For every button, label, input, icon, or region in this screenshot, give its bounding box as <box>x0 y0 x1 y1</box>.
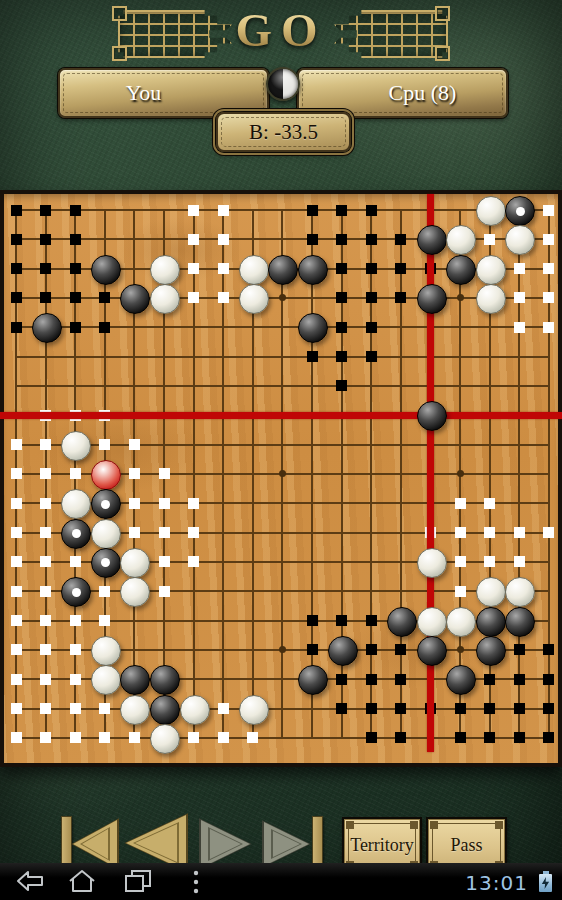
grid-line <box>15 590 550 592</box>
territory-mark-black <box>70 234 81 245</box>
last-move-crosshair-horizontal <box>0 412 562 419</box>
android-back-icon[interactable] <box>16 869 44 893</box>
territory-mark-white <box>159 498 170 509</box>
white-stone <box>417 548 447 578</box>
territory-mark-black <box>336 351 347 362</box>
territory-mark-white <box>188 292 199 303</box>
white-stone <box>476 577 506 607</box>
territory-mark-white <box>11 439 22 450</box>
grid-line <box>400 209 402 739</box>
black-stone <box>446 665 476 695</box>
hoshi-point <box>457 470 464 477</box>
territory-mark-white <box>218 234 229 245</box>
territory-mark-black <box>395 263 406 274</box>
territory-mark-black <box>336 674 347 685</box>
territory-mark-black <box>366 703 377 714</box>
territory-mark-white <box>99 586 110 597</box>
black-stone <box>150 695 180 725</box>
red-highlighted-stone <box>91 460 121 490</box>
black-stone <box>476 607 506 637</box>
black-stone-marked-dead <box>91 548 121 578</box>
white-stone <box>91 665 121 695</box>
territory-mark-white <box>543 205 554 216</box>
territory-mark-white <box>543 322 554 333</box>
territory-mark-white <box>129 498 140 509</box>
territory-mark-white <box>129 439 140 450</box>
territory-mark-black <box>484 703 495 714</box>
grid-line <box>518 209 520 739</box>
white-stone <box>476 196 506 226</box>
black-stone-marked-dead <box>91 489 121 519</box>
territory-mark-black <box>514 674 525 685</box>
dead-stone-dot <box>72 529 81 538</box>
territory-mark-black <box>543 674 554 685</box>
territory-mark-black <box>484 732 495 743</box>
territory-mark-black <box>11 205 22 216</box>
player-left-name: You <box>60 70 267 116</box>
territory-mark-black <box>40 205 51 216</box>
territory-mark-white <box>99 439 110 450</box>
white-stone <box>239 255 269 285</box>
territory-mark-black <box>366 322 377 333</box>
territory-mark-white <box>11 527 22 538</box>
territory-mark-black <box>70 263 81 274</box>
territory-mark-black <box>543 732 554 743</box>
territory-mark-white <box>70 644 81 655</box>
territory-mark-black <box>307 351 318 362</box>
territory-mark-white <box>70 732 81 743</box>
territory-mark-white <box>543 263 554 274</box>
territory-mark-black <box>366 351 377 362</box>
territory-button-label: Territory <box>350 835 414 856</box>
white-stone <box>476 284 506 314</box>
territory-mark-white <box>70 468 81 479</box>
black-stone <box>476 636 506 666</box>
black-stone <box>298 255 328 285</box>
black-stone <box>120 665 150 695</box>
white-stone <box>91 519 121 549</box>
territory-mark-white <box>11 556 22 567</box>
territory-mark-white <box>70 674 81 685</box>
territory-mark-black <box>11 234 22 245</box>
territory-mark-white <box>159 586 170 597</box>
black-stone-marked-dead <box>61 519 91 549</box>
territory-mark-white <box>40 703 51 714</box>
territory-mark-black <box>40 292 51 303</box>
territory-mark-white <box>70 556 81 567</box>
turn-indicator-stone-icon <box>266 67 300 101</box>
white-stone <box>61 431 91 461</box>
territory-mark-white <box>159 527 170 538</box>
hoshi-point <box>279 294 286 301</box>
player-right-name: Cpu (8) <box>299 70 506 116</box>
white-stone <box>505 225 535 255</box>
android-navigation-bar: 13:01 <box>0 863 562 900</box>
black-stone <box>446 255 476 285</box>
territory-mark-white <box>70 615 81 626</box>
black-stone <box>387 607 417 637</box>
black-stone-marked-dead <box>61 577 91 607</box>
black-stone <box>417 636 447 666</box>
territory-mark-white <box>159 556 170 567</box>
hoshi-point <box>279 646 286 653</box>
territory-mark-black <box>455 703 466 714</box>
black-stone <box>298 313 328 343</box>
territory-mark-white <box>218 292 229 303</box>
white-stone <box>150 284 180 314</box>
territory-mark-black <box>99 292 110 303</box>
territory-mark-black <box>307 234 318 245</box>
territory-mark-black <box>366 263 377 274</box>
territory-mark-black <box>336 234 347 245</box>
white-stone <box>120 577 150 607</box>
android-home-icon[interactable] <box>68 869 96 893</box>
territory-mark-white <box>159 468 170 479</box>
grid-line <box>370 209 372 739</box>
territory-mark-white <box>484 234 495 245</box>
territory-mark-black <box>336 703 347 714</box>
grid-line <box>548 209 550 739</box>
white-stone <box>150 255 180 285</box>
dead-stone-dot <box>101 500 110 509</box>
territory-mark-white <box>188 732 199 743</box>
territory-mark-black <box>395 234 406 245</box>
territory-mark-black <box>366 292 377 303</box>
go-app-screen: GO You Cpu (8) B: -33.5 Territory Pass <box>0 0 562 900</box>
territory-mark-black <box>484 674 495 685</box>
player-left-plate: You <box>58 68 269 118</box>
territory-mark-white <box>40 468 51 479</box>
white-stone <box>180 695 210 725</box>
territory-mark-black <box>514 732 525 743</box>
white-stone <box>120 695 150 725</box>
player-right-plate: Cpu (8) <box>297 68 508 118</box>
grid-line <box>311 209 313 739</box>
territory-mark-white <box>218 703 229 714</box>
black-stone <box>328 636 358 666</box>
territory-mark-black <box>514 703 525 714</box>
territory-mark-white <box>40 586 51 597</box>
territory-mark-black <box>307 615 318 626</box>
black-stone <box>120 284 150 314</box>
territory-mark-white <box>40 674 51 685</box>
black-stone <box>150 665 180 695</box>
territory-mark-white <box>11 586 22 597</box>
territory-mark-white <box>11 644 22 655</box>
territory-mark-white <box>99 732 110 743</box>
territory-mark-white <box>218 732 229 743</box>
white-stone <box>446 607 476 637</box>
territory-mark-white <box>70 703 81 714</box>
white-stone <box>120 548 150 578</box>
territory-mark-white <box>543 527 554 538</box>
go-board[interactable] <box>0 190 562 767</box>
pass-button-label: Pass <box>450 835 482 856</box>
territory-mark-black <box>70 205 81 216</box>
territory-mark-white <box>218 205 229 216</box>
territory-mark-black <box>366 234 377 245</box>
territory-mark-black <box>336 380 347 391</box>
territory-mark-black <box>307 644 318 655</box>
territory-mark-black <box>307 205 318 216</box>
territory-mark-white <box>188 234 199 245</box>
territory-mark-black <box>336 322 347 333</box>
territory-mark-white <box>484 527 495 538</box>
territory-mark-black <box>395 292 406 303</box>
territory-mark-white <box>40 527 51 538</box>
android-menu-dots-icon[interactable] <box>192 869 200 895</box>
territory-mark-black <box>70 292 81 303</box>
territory-mark-white <box>11 732 22 743</box>
territory-mark-black <box>395 703 406 714</box>
territory-mark-white <box>514 292 525 303</box>
territory-mark-white <box>455 556 466 567</box>
territory-mark-white <box>129 732 140 743</box>
territory-mark-black <box>455 732 466 743</box>
territory-mark-white <box>11 615 22 626</box>
territory-mark-white <box>40 732 51 743</box>
territory-mark-black <box>11 263 22 274</box>
territory-mark-white <box>99 615 110 626</box>
last-move-crosshair-vertical <box>427 194 434 752</box>
grid-line <box>15 737 550 739</box>
black-stone <box>298 665 328 695</box>
white-stone <box>446 225 476 255</box>
territory-mark-white <box>455 527 466 538</box>
territory-mark-white <box>188 527 199 538</box>
black-stone <box>417 401 447 431</box>
territory-mark-black <box>40 263 51 274</box>
territory-mark-black <box>366 732 377 743</box>
score-plate: B: -33.5 <box>216 112 351 152</box>
territory-mark-white <box>188 205 199 216</box>
grid-line <box>15 708 550 710</box>
territory-mark-white <box>11 674 22 685</box>
territory-mark-white <box>188 263 199 274</box>
territory-mark-white <box>514 527 525 538</box>
dead-stone-dot <box>101 558 110 567</box>
territory-mark-black <box>99 322 110 333</box>
black-stone-marked-dead <box>505 196 535 226</box>
territory-mark-black <box>543 644 554 655</box>
white-stone <box>239 284 269 314</box>
territory-mark-white <box>99 703 110 714</box>
black-stone <box>91 255 121 285</box>
territory-mark-black <box>336 292 347 303</box>
white-stone <box>91 636 121 666</box>
territory-mark-white <box>40 498 51 509</box>
score-estimate: B: -33.5 <box>249 120 318 145</box>
territory-mark-black <box>514 644 525 655</box>
territory-mark-black <box>336 205 347 216</box>
territory-mark-black <box>543 703 554 714</box>
dead-stone-dot <box>516 207 525 216</box>
status-clock: 13:01 <box>465 871 528 895</box>
white-stone <box>239 695 269 725</box>
white-stone <box>476 255 506 285</box>
territory-mark-black <box>395 644 406 655</box>
territory-mark-white <box>484 556 495 567</box>
black-stone <box>32 313 62 343</box>
territory-mark-white <box>514 556 525 567</box>
territory-mark-black <box>366 205 377 216</box>
battery-charging-icon <box>539 871 552 892</box>
hoshi-point <box>457 646 464 653</box>
dead-stone-dot <box>72 588 81 597</box>
black-stone <box>417 284 447 314</box>
territory-mark-white <box>543 234 554 245</box>
territory-mark-black <box>336 615 347 626</box>
black-stone <box>268 255 298 285</box>
territory-mark-white <box>514 263 525 274</box>
territory-mark-white <box>129 468 140 479</box>
territory-mark-black <box>11 292 22 303</box>
territory-mark-black <box>366 615 377 626</box>
territory-mark-white <box>455 498 466 509</box>
territory-mark-white <box>543 292 554 303</box>
white-stone <box>150 724 180 754</box>
territory-mark-black <box>395 674 406 685</box>
territory-mark-white <box>11 498 22 509</box>
territory-mark-white <box>188 556 199 567</box>
hoshi-point <box>457 294 464 301</box>
app-title: GO <box>0 2 562 58</box>
territory-mark-white <box>484 498 495 509</box>
territory-mark-black <box>366 674 377 685</box>
jump-to-end-button[interactable] <box>262 820 311 868</box>
territory-mark-white <box>40 615 51 626</box>
territory-mark-black <box>40 234 51 245</box>
territory-mark-white <box>11 703 22 714</box>
territory-mark-white <box>218 263 229 274</box>
territory-mark-black <box>336 263 347 274</box>
white-stone <box>417 607 447 637</box>
territory-mark-black <box>366 644 377 655</box>
black-stone <box>417 225 447 255</box>
territory-mark-white <box>11 468 22 479</box>
territory-mark-black <box>70 322 81 333</box>
territory-mark-white <box>40 439 51 450</box>
territory-mark-white <box>514 322 525 333</box>
territory-mark-white <box>40 644 51 655</box>
territory-mark-black <box>395 732 406 743</box>
hoshi-point <box>279 470 286 477</box>
territory-mark-white <box>40 556 51 567</box>
territory-mark-white <box>247 732 258 743</box>
territory-mark-white <box>129 527 140 538</box>
territory-mark-white <box>188 498 199 509</box>
android-recent-apps-icon[interactable] <box>124 869 152 893</box>
white-stone <box>61 489 91 519</box>
territory-mark-white <box>455 586 466 597</box>
white-stone <box>505 577 535 607</box>
black-stone <box>505 607 535 637</box>
territory-mark-black <box>11 322 22 333</box>
